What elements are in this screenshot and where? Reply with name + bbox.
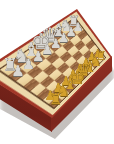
black-rook[interactable]: ♜ [49, 92, 62, 107]
chess-set-photo: Metal chess set in starting position on … [0, 0, 114, 144]
white-pawn[interactable]: ♟ [11, 64, 24, 79]
